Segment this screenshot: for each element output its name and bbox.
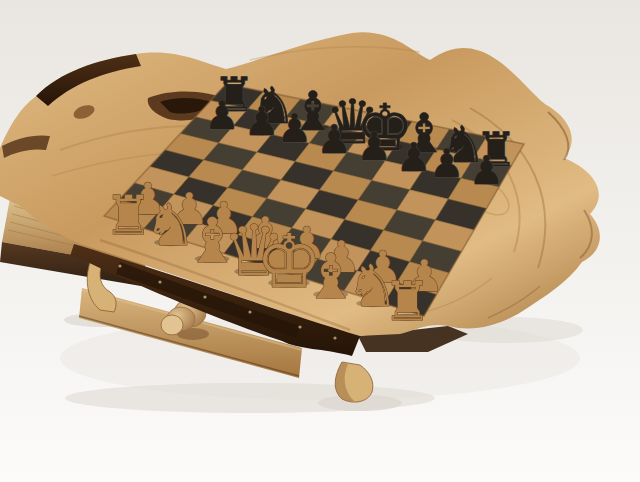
drawer-knob-tip: [161, 315, 183, 335]
piece-white-rook-h1: ♜: [383, 270, 431, 333]
piece-black-pawn-e7: ♟: [356, 123, 391, 169]
bark-speck: [333, 336, 336, 339]
bark-speck: [118, 264, 121, 267]
piece-black-pawn-b7: ♟: [244, 98, 279, 144]
scene-svg: ♜♞♝♟♟♛♚♟♝♟♞♟♜♟♟♟♟♟♜♟♞♟♝♟♛♟♚♟♝♟♞♜: [0, 0, 640, 482]
bark-speck: [298, 325, 301, 328]
bark-speck: [158, 280, 161, 283]
piece-black-pawn-h7: ♟: [469, 147, 504, 193]
bark-speck: [203, 295, 206, 298]
piece-black-pawn-f7: ♟: [396, 134, 431, 180]
piece-black-pawn-a7: ♟: [204, 92, 239, 138]
piece-black-pawn-g7: ♟: [429, 140, 464, 186]
bark-speck: [248, 310, 251, 313]
piece-black-pawn-c7: ♟: [277, 105, 312, 151]
chess-set-photo: ♜♞♝♟♟♛♚♟♝♟♞♟♜♟♟♟♟♟♜♟♞♟♝♟♛♟♚♟♝♟♞♜: [0, 0, 640, 482]
piece-black-pawn-d7: ♟: [317, 116, 352, 162]
